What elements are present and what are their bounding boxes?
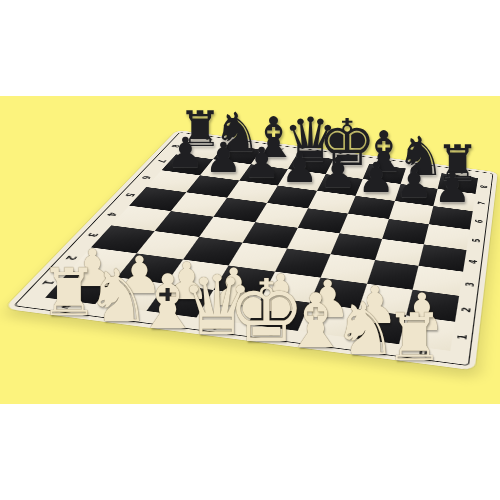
- square-g1[interactable]: [348, 308, 406, 343]
- white-margin-bottom: [0, 404, 500, 500]
- product-photo: aabbccddeeffgghh1122334455667788 ♜♞♝♛♚♝♞…: [0, 0, 500, 500]
- white-margin-top: [0, 0, 500, 96]
- square-f1[interactable]: [297, 302, 357, 337]
